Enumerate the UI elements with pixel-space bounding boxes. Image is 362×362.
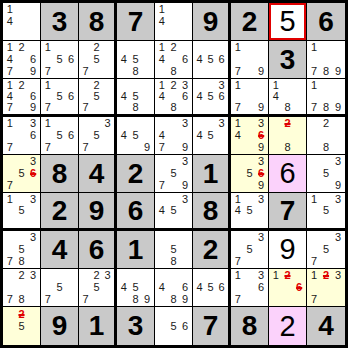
candidate-mark: 6	[65, 54, 77, 65]
candidate-mark: 4	[118, 282, 130, 293]
candidate-mark: 8	[168, 102, 180, 113]
candidate-mark: 5	[244, 168, 256, 179]
candidate-mark: 7	[232, 66, 244, 77]
given-digit: 3	[280, 46, 296, 74]
candidate-mark: 9	[179, 294, 191, 305]
candidate-mark: 5	[16, 168, 28, 179]
cell-r1c4[interactable]: 7	[117, 3, 155, 41]
candidate-mark: 4	[156, 130, 168, 141]
candidate-mark: 6	[179, 321, 191, 332]
candidate-mark: 8	[168, 66, 180, 77]
eliminated-candidate-mark: 2	[282, 270, 294, 281]
candidate-mark: 8	[320, 102, 332, 113]
candidate-mark: 7	[232, 256, 244, 267]
candidate-mark: 1	[4, 42, 16, 53]
eliminated-candidate-mark: 2	[16, 309, 28, 320]
cell-r3c7[interactable]: 179	[231, 79, 269, 117]
candidate-mark: 8	[168, 256, 180, 267]
cell-r2c1[interactable]: 124679	[3, 41, 41, 79]
cell-r5c1[interactable]: 3567	[3, 155, 41, 193]
candidate-mark: 1	[42, 80, 54, 91]
candidate-mark: 5	[54, 91, 66, 102]
candidate-mark: 1	[4, 194, 16, 205]
given-digit: 8	[89, 8, 105, 36]
cell-r8c8[interactable]: 126	[269, 269, 307, 307]
candidate-mark: 9	[141, 294, 153, 305]
solved-digit: 2	[279, 312, 295, 341]
candidate-mark: 5	[91, 130, 102, 141]
candidate-mark: 1	[308, 270, 320, 281]
candidate-mark: 4	[194, 54, 205, 65]
given-digit: 1	[89, 312, 105, 340]
cell-r3c1[interactable]: 124679	[3, 79, 41, 117]
candidate-mark: 8	[130, 66, 142, 77]
cell-r1c1[interactable]: 14	[3, 3, 41, 41]
candidate-mark: 3	[255, 232, 267, 243]
candidate-mark: 5	[320, 205, 332, 216]
cell-r1c8[interactable]: 5	[269, 3, 307, 41]
given-digit: 1	[203, 160, 219, 188]
cell-r6c3[interactable]: 9	[79, 193, 117, 231]
candidate-mark: 6	[216, 91, 227, 102]
cell-r5c2[interactable]: 8	[41, 155, 79, 193]
candidate-mark: 7	[308, 102, 320, 113]
cell-r8c4[interactable]: 4589	[117, 269, 155, 307]
cell-r2c8[interactable]: 3	[269, 41, 307, 79]
cell-r1c9[interactable]: 6	[307, 3, 345, 41]
candidate-mark: 7	[4, 142, 16, 153]
candidate-mark: 4	[118, 91, 130, 102]
candidate-mark: 2	[91, 42, 102, 53]
candidate-mark: 6	[255, 282, 267, 293]
candidate-mark: 1	[4, 118, 16, 129]
cell-r8c9[interactable]: 1237	[307, 269, 345, 307]
candidate-mark: 3	[255, 118, 267, 129]
candidate-mark: 9	[27, 102, 39, 113]
candidate-mark: 5	[54, 130, 66, 141]
candidate-mark: 3	[332, 194, 344, 205]
eliminated-candidate-mark: 6	[255, 130, 267, 141]
candidate-mark: 1	[308, 80, 320, 91]
candidate-mark: 5	[168, 321, 180, 332]
eliminated-candidate-mark: 6	[255, 168, 267, 179]
cell-r3c5[interactable]: 123468	[155, 79, 193, 117]
cell-r8c3[interactable]: 2357	[79, 269, 117, 307]
candidate-mark: 8	[16, 256, 28, 267]
candidate-mark: 1	[232, 118, 244, 129]
cell-r4c5[interactable]: 3479	[155, 117, 193, 155]
candidate-mark: 4	[156, 16, 168, 27]
given-digit: 3	[128, 312, 144, 340]
candidate-mark: 7	[42, 102, 54, 113]
candidate-mark: 3	[27, 118, 39, 129]
candidate-mark: 6	[65, 130, 77, 141]
given-digit: 8	[52, 160, 68, 188]
cell-r9c8[interactable]: 2	[269, 307, 307, 345]
cell-r2c2[interactable]: 1567	[41, 41, 79, 79]
cell-r7c7[interactable]: 357	[231, 231, 269, 269]
candidate-mark: 5	[130, 54, 142, 65]
candidate-mark: 7	[4, 294, 16, 305]
candidate-mark: 1	[232, 42, 244, 53]
candidate-mark: 5	[130, 282, 142, 293]
cell-r6c2[interactable]: 2	[41, 193, 79, 231]
candidate-mark: 3	[255, 156, 267, 167]
candidate-mark: 5	[205, 91, 216, 102]
eliminated-candidate-mark: 2	[320, 270, 332, 281]
candidate-mark: 1	[308, 42, 320, 53]
cell-r5c5[interactable]: 3579	[155, 155, 193, 193]
candidate-mark: 4	[118, 130, 130, 141]
cell-r6c1[interactable]: 135	[3, 193, 41, 231]
candidate-mark: 2	[168, 80, 180, 91]
candidate-mark: 9	[179, 142, 191, 153]
given-digit: 4	[318, 312, 334, 340]
cell-r9c4[interactable]: 3	[117, 307, 155, 345]
cell-r4c3[interactable]: 357	[79, 117, 117, 155]
candidate-mark: 6	[216, 282, 227, 293]
candidate-mark: 9	[27, 66, 39, 77]
candidate-mark: 3	[27, 156, 39, 167]
given-digit: 7	[203, 312, 219, 340]
eliminated-candidate-mark: 6	[27, 168, 39, 179]
cell-r1c2[interactable]: 3	[41, 3, 79, 41]
cell-r3c3[interactable]: 257	[79, 79, 117, 117]
sudoku-board: 1438714925612467915672574581246845617931…	[0, 0, 348, 348]
candidate-mark: 7	[4, 66, 16, 77]
cell-r6c5[interactable]: 345	[155, 193, 193, 231]
given-digit: 4	[52, 236, 68, 264]
cell-r4c7[interactable]: 13469	[231, 117, 269, 155]
given-digit: 3	[52, 8, 68, 36]
given-digit: 6	[128, 197, 144, 225]
candidate-mark: 2	[16, 270, 28, 281]
cell-r8c1[interactable]: 2378	[3, 269, 41, 307]
candidate-mark: 5	[130, 130, 142, 141]
candidate-mark: 1	[4, 4, 16, 15]
candidate-mark: 3	[332, 270, 344, 281]
candidate-mark: 4	[156, 282, 168, 293]
given-digit: 2	[52, 197, 68, 225]
candidate-mark: 3	[255, 270, 267, 281]
given-digit: 7	[128, 8, 144, 36]
cell-r3c8[interactable]: 148	[269, 79, 307, 117]
candidate-mark: 8	[130, 102, 142, 113]
cell-r9c9[interactable]: 4	[307, 307, 345, 345]
candidate-mark: 3	[179, 156, 191, 167]
cell-r7c3[interactable]: 6	[79, 231, 117, 269]
candidate-mark: 9	[332, 66, 344, 77]
candidate-mark: 5	[54, 282, 66, 293]
candidate-mark: 6	[27, 54, 39, 65]
candidate-mark: 5	[205, 130, 216, 141]
eliminated-candidate-mark: 6	[293, 282, 305, 293]
cell-r2c7[interactable]: 179	[231, 41, 269, 79]
candidate-mark: 4	[156, 205, 168, 216]
cell-r9c3[interactable]: 1	[79, 307, 117, 345]
candidate-mark: 9	[332, 180, 344, 191]
candidate-mark: 7	[42, 66, 54, 77]
solved-digit: 6	[279, 159, 295, 188]
cell-r3c6[interactable]: 3456	[193, 79, 231, 117]
candidate-mark: 5	[320, 244, 332, 255]
cell-r1c6[interactable]: 9	[193, 3, 231, 41]
cell-r6c9[interactable]: 135	[307, 193, 345, 231]
candidate-mark: 5	[91, 54, 102, 65]
cell-r2c6[interactable]: 456	[193, 41, 231, 79]
solved-digit: 5	[279, 7, 295, 36]
candidate-mark: 9	[332, 102, 344, 113]
cell-r2c5[interactable]: 12468	[155, 41, 193, 79]
candidate-mark: 7	[4, 102, 16, 113]
candidate-mark: 7	[156, 142, 168, 153]
candidate-mark: 7	[308, 294, 320, 305]
candidate-mark: 4	[118, 54, 130, 65]
candidate-mark: 1	[232, 270, 244, 281]
candidate-mark: 5	[91, 282, 102, 293]
candidate-mark: 7	[80, 294, 91, 305]
given-digit: 2	[203, 236, 219, 264]
candidate-mark: 4	[4, 16, 16, 27]
candidate-mark: 7	[4, 180, 16, 191]
cell-r5c7[interactable]: 3569	[231, 155, 269, 193]
cell-r1c5[interactable]: 14	[155, 3, 193, 41]
given-digit: 2	[128, 160, 144, 188]
candidate-mark: 5	[244, 244, 256, 255]
candidate-mark: 5	[168, 244, 180, 255]
cell-r2c9[interactable]: 1789	[307, 41, 345, 79]
given-digit: 8	[203, 197, 219, 225]
candidate-mark: 9	[255, 142, 267, 153]
cell-r8c5[interactable]: 4689	[155, 269, 193, 307]
cell-r2c4[interactable]: 458	[117, 41, 155, 79]
candidate-mark: 4	[156, 54, 168, 65]
cell-r6c7[interactable]: 1345	[231, 193, 269, 231]
given-digit: 8	[242, 312, 258, 340]
candidate-mark: 8	[320, 142, 332, 153]
cell-r7c6[interactable]: 2	[193, 231, 231, 269]
candidate-mark: 2	[16, 80, 28, 91]
candidate-mark: 3	[179, 194, 191, 205]
candidate-mark: 6	[27, 130, 39, 141]
cell-r7c1[interactable]: 3578	[3, 231, 41, 269]
cell-r9c1[interactable]: 25	[3, 307, 41, 345]
candidate-mark: 4	[194, 282, 205, 293]
cell-r7c8[interactable]: 9	[269, 231, 307, 269]
candidate-mark: 7	[308, 66, 320, 77]
candidate-mark: 7	[156, 180, 168, 191]
candidate-mark: 6	[179, 91, 191, 102]
candidate-mark: 9	[255, 66, 267, 77]
candidate-mark: 3	[27, 270, 39, 281]
candidate-mark: 8	[168, 294, 180, 305]
candidate-mark: 5	[320, 168, 332, 179]
cell-r3c2[interactable]: 1567	[41, 79, 79, 117]
given-digit: 1	[128, 236, 144, 264]
candidate-mark: 3	[27, 194, 39, 205]
cell-r6c4[interactable]: 6	[117, 193, 155, 231]
candidate-mark: 7	[232, 294, 244, 305]
candidate-mark: 8	[320, 66, 332, 77]
cell-r7c9[interactable]: 357	[307, 231, 345, 269]
candidate-mark: 1	[42, 42, 54, 53]
cell-r3c4[interactable]: 458	[117, 79, 155, 117]
candidate-mark: 9	[255, 180, 267, 191]
candidate-mark: 9	[255, 102, 267, 113]
candidate-mark: 5	[16, 244, 28, 255]
candidate-mark: 2	[16, 42, 28, 53]
cell-r7c4[interactable]: 1	[117, 231, 155, 269]
candidate-mark: 3	[179, 118, 191, 129]
cell-r1c7[interactable]: 2	[231, 3, 269, 41]
candidate-mark: 4	[156, 91, 168, 102]
candidate-mark: 4	[194, 130, 205, 141]
given-digit: 9	[203, 8, 219, 36]
given-digit: 4	[89, 160, 105, 188]
given-digit: 7	[280, 197, 296, 225]
cell-r4c6[interactable]: 345	[193, 117, 231, 155]
cell-r6c8[interactable]: 7	[269, 193, 307, 231]
candidate-mark: 5	[91, 91, 102, 102]
cell-r5c6[interactable]: 1	[193, 155, 231, 193]
cell-r6c6[interactable]: 8	[193, 193, 231, 231]
candidate-mark: 5	[54, 54, 66, 65]
candidate-mark: 7	[42, 142, 54, 153]
candidate-mark: 7	[80, 102, 91, 113]
candidate-mark: 7	[80, 66, 91, 77]
cell-r4c9[interactable]: 28	[307, 117, 345, 155]
candidate-mark: 7	[42, 294, 54, 305]
candidate-mark: 4	[232, 205, 244, 216]
candidate-mark: 7	[232, 102, 244, 113]
cell-r4c4[interactable]: 459	[117, 117, 155, 155]
cell-r8c6[interactable]: 456	[193, 269, 231, 307]
cell-r3c9[interactable]: 1789	[307, 79, 345, 117]
candidate-mark: 5	[16, 321, 28, 332]
candidate-mark: 2	[320, 118, 332, 129]
cell-r2c3[interactable]: 257	[79, 41, 117, 79]
candidate-mark: 1	[270, 270, 282, 281]
candidate-mark: 7	[80, 142, 91, 153]
candidate-mark: 8	[282, 142, 294, 153]
candidate-mark: 3	[216, 118, 227, 129]
candidate-mark: 6	[65, 91, 77, 102]
candidate-mark: 5	[16, 205, 28, 216]
candidate-mark: 6	[179, 54, 191, 65]
candidate-mark: 8	[282, 102, 294, 113]
candidate-mark: 3	[27, 232, 39, 243]
candidate-mark: 1	[42, 118, 54, 129]
cell-r1c3[interactable]: 8	[79, 3, 117, 41]
given-digit: 6	[89, 236, 105, 264]
candidate-mark: 2	[168, 42, 180, 53]
candidate-mark: 1	[232, 80, 244, 91]
candidate-mark: 4	[4, 54, 16, 65]
cell-r5c4[interactable]: 2	[117, 155, 155, 193]
candidate-mark: 1	[156, 42, 168, 53]
cell-r5c9[interactable]: 359	[307, 155, 345, 193]
candidate-mark: 1	[308, 194, 320, 205]
given-digit: 2	[242, 8, 258, 36]
cell-r4c8[interactable]: 28	[269, 117, 307, 155]
candidate-mark: 7	[4, 256, 16, 267]
cell-r8c2[interactable]: 57	[41, 269, 79, 307]
candidate-mark: 5	[244, 205, 256, 216]
cell-r7c5[interactable]: 58	[155, 231, 193, 269]
candidate-mark: 8	[16, 294, 28, 305]
candidate-mark: 5	[205, 54, 216, 65]
given-digit: 9	[89, 197, 105, 225]
candidate-mark: 4	[232, 130, 244, 141]
cell-r9c2[interactable]: 9	[41, 307, 79, 345]
eliminated-candidate-mark: 2	[282, 118, 294, 129]
candidate-mark: 5	[205, 282, 216, 293]
cell-r9c7[interactable]: 8	[231, 307, 269, 345]
cell-r9c6[interactable]: 7	[193, 307, 231, 345]
cell-r7c2[interactable]: 4	[41, 231, 79, 269]
candidate-mark: 8	[130, 294, 142, 305]
cell-r9c5[interactable]: 56	[155, 307, 193, 345]
candidate-mark: 3	[332, 232, 344, 243]
candidate-mark: 3	[255, 194, 267, 205]
candidate-mark: 3	[332, 156, 344, 167]
cell-r4c1[interactable]: 1367	[3, 117, 41, 155]
candidate-mark: 2	[91, 270, 102, 281]
candidate-mark: 9	[141, 142, 153, 153]
given-digit: 9	[52, 312, 68, 340]
cell-r5c8[interactable]: 6	[269, 155, 307, 193]
candidate-mark: 5	[168, 205, 180, 216]
cell-r8c7[interactable]: 1367	[231, 269, 269, 307]
solved-digit: 9	[279, 235, 295, 264]
candidate-mark: 1	[156, 4, 168, 15]
candidate-mark: 6	[216, 54, 227, 65]
cell-r5c3[interactable]: 4	[79, 155, 117, 193]
candidate-mark: 6	[179, 282, 191, 293]
candidate-mark: 3	[102, 270, 113, 281]
candidate-mark: 9	[179, 180, 191, 191]
candidate-mark: 3	[102, 118, 113, 129]
candidate-mark: 4	[270, 91, 282, 102]
candidate-mark: 4	[194, 91, 205, 102]
candidate-mark: 7	[308, 256, 320, 267]
cell-r4c2[interactable]: 1567	[41, 117, 79, 155]
candidate-mark: 5	[168, 168, 180, 179]
given-digit: 6	[318, 8, 334, 36]
